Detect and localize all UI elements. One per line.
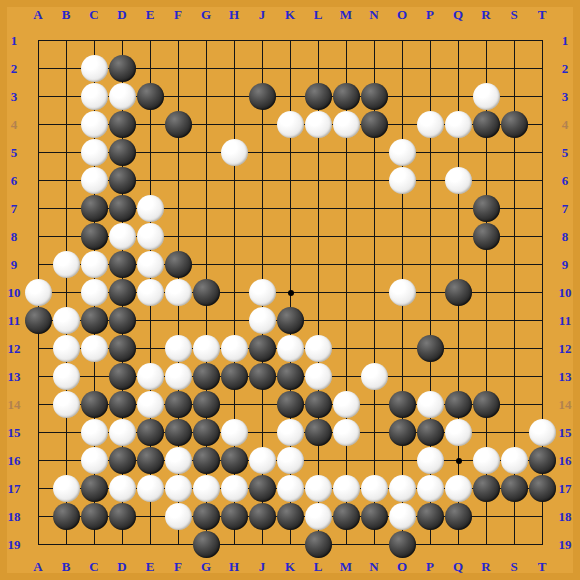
stone-white[interactable]: [389, 167, 416, 194]
row-label-right: 19: [559, 538, 572, 551]
stone-black[interactable]: [249, 475, 276, 502]
column-label-bottom: J: [259, 560, 266, 573]
stone-black[interactable]: [221, 363, 248, 390]
column-label-bottom: H: [229, 560, 239, 573]
stone-white[interactable]: [417, 391, 444, 418]
stone-black[interactable]: [389, 419, 416, 446]
column-label-top: F: [174, 8, 182, 21]
stone-white[interactable]: [305, 503, 332, 530]
stone-white[interactable]: [165, 363, 192, 390]
stone-black[interactable]: [305, 83, 332, 110]
column-label-bottom: D: [117, 560, 126, 573]
column-label-bottom: N: [369, 560, 378, 573]
column-label-bottom: M: [340, 560, 352, 573]
row-label-left: 1: [11, 34, 18, 47]
row-label-right: 5: [562, 146, 569, 159]
row-label-right: 14: [559, 398, 572, 411]
stone-black[interactable]: [109, 447, 136, 474]
stone-black[interactable]: [417, 503, 444, 530]
stone-black[interactable]: [109, 195, 136, 222]
stone-black[interactable]: [389, 391, 416, 418]
stone-black[interactable]: [333, 83, 360, 110]
stone-white[interactable]: [361, 475, 388, 502]
star-point: [288, 290, 294, 296]
column-label-top: R: [481, 8, 490, 21]
stone-black[interactable]: [81, 223, 108, 250]
column-label-bottom: O: [397, 560, 407, 573]
stone-black[interactable]: [193, 279, 220, 306]
stone-black[interactable]: [473, 223, 500, 250]
row-label-right: 13: [559, 370, 572, 383]
stone-white[interactable]: [417, 111, 444, 138]
stone-white[interactable]: [165, 335, 192, 362]
column-label-bottom: E: [146, 560, 155, 573]
stone-black[interactable]: [109, 391, 136, 418]
column-label-top: K: [285, 8, 295, 21]
stone-white[interactable]: [193, 335, 220, 362]
row-label-left: 4: [11, 118, 18, 131]
stone-white[interactable]: [333, 391, 360, 418]
stone-black[interactable]: [473, 391, 500, 418]
stone-black[interactable]: [445, 503, 472, 530]
stone-white[interactable]: [165, 279, 192, 306]
stone-white[interactable]: [473, 447, 500, 474]
stone-black[interactable]: [333, 503, 360, 530]
column-label-top: A: [33, 8, 42, 21]
column-label-top: S: [510, 8, 517, 21]
stone-white[interactable]: [165, 447, 192, 474]
stone-black[interactable]: [137, 447, 164, 474]
column-label-top: H: [229, 8, 239, 21]
stone-black[interactable]: [361, 83, 388, 110]
stone-white[interactable]: [81, 335, 108, 362]
stone-white[interactable]: [109, 83, 136, 110]
stone-white[interactable]: [165, 475, 192, 502]
stone-black[interactable]: [137, 83, 164, 110]
stone-black[interactable]: [165, 111, 192, 138]
column-label-top: B: [62, 8, 71, 21]
stone-black[interactable]: [193, 531, 220, 558]
row-label-right: 15: [559, 426, 572, 439]
row-label-right: 4: [562, 118, 569, 131]
stone-black[interactable]: [277, 307, 304, 334]
stone-black[interactable]: [193, 447, 220, 474]
stone-white[interactable]: [81, 447, 108, 474]
stone-white[interactable]: [305, 335, 332, 362]
row-label-left: 9: [11, 258, 18, 271]
stone-black[interactable]: [473, 195, 500, 222]
row-label-right: 10: [559, 286, 572, 299]
stone-black[interactable]: [249, 363, 276, 390]
stone-white[interactable]: [333, 419, 360, 446]
row-label-right: 18: [559, 510, 572, 523]
row-label-right: 1: [562, 34, 569, 47]
stone-white[interactable]: [389, 503, 416, 530]
stone-white[interactable]: [137, 195, 164, 222]
stone-black[interactable]: [445, 279, 472, 306]
stone-black[interactable]: [165, 251, 192, 278]
stone-white[interactable]: [81, 279, 108, 306]
column-label-top: J: [259, 8, 266, 21]
stone-white[interactable]: [221, 475, 248, 502]
stone-white[interactable]: [417, 447, 444, 474]
stone-white[interactable]: [221, 419, 248, 446]
row-label-left: 18: [8, 510, 21, 523]
column-label-top: M: [340, 8, 352, 21]
column-label-bottom: P: [426, 560, 434, 573]
stone-white[interactable]: [277, 335, 304, 362]
stone-white[interactable]: [81, 167, 108, 194]
stone-black[interactable]: [277, 503, 304, 530]
stone-white[interactable]: [445, 419, 472, 446]
stone-black[interactable]: [473, 111, 500, 138]
stone-black[interactable]: [389, 531, 416, 558]
stone-white[interactable]: [81, 251, 108, 278]
stone-white[interactable]: [361, 363, 388, 390]
stone-white[interactable]: [81, 55, 108, 82]
stone-white[interactable]: [333, 111, 360, 138]
stone-black[interactable]: [81, 307, 108, 334]
stone-black[interactable]: [305, 391, 332, 418]
stone-white[interactable]: [417, 475, 444, 502]
stone-white[interactable]: [221, 139, 248, 166]
stone-white[interactable]: [445, 475, 472, 502]
stone-black[interactable]: [501, 111, 528, 138]
stone-black[interactable]: [109, 251, 136, 278]
stone-black[interactable]: [277, 391, 304, 418]
column-label-bottom: R: [481, 560, 490, 573]
stone-black[interactable]: [193, 419, 220, 446]
stone-white[interactable]: [53, 363, 80, 390]
stone-black[interactable]: [417, 335, 444, 362]
row-label-right: 2: [562, 62, 569, 75]
stone-black[interactable]: [81, 195, 108, 222]
stone-white[interactable]: [389, 139, 416, 166]
stone-black[interactable]: [249, 83, 276, 110]
column-label-top: Q: [453, 8, 463, 21]
stone-white[interactable]: [249, 279, 276, 306]
stone-white[interactable]: [53, 251, 80, 278]
stone-white[interactable]: [389, 279, 416, 306]
stone-white[interactable]: [53, 307, 80, 334]
stone-white[interactable]: [81, 419, 108, 446]
row-label-left: 6: [11, 174, 18, 187]
row-label-left: 10: [8, 286, 21, 299]
column-label-top: C: [89, 8, 98, 21]
stone-white[interactable]: [137, 475, 164, 502]
stone-white[interactable]: [333, 475, 360, 502]
stone-black[interactable]: [305, 531, 332, 558]
column-label-top: D: [117, 8, 126, 21]
stone-white[interactable]: [137, 251, 164, 278]
stone-white[interactable]: [277, 419, 304, 446]
row-label-left: 14: [8, 398, 21, 411]
stone-black[interactable]: [109, 307, 136, 334]
row-label-left: 13: [8, 370, 21, 383]
stone-black[interactable]: [109, 503, 136, 530]
stone-black[interactable]: [109, 167, 136, 194]
row-label-right: 7: [562, 202, 569, 215]
stone-black[interactable]: [109, 363, 136, 390]
column-label-bottom: F: [174, 560, 182, 573]
stone-white[interactable]: [445, 111, 472, 138]
column-label-top: E: [146, 8, 155, 21]
stone-black[interactable]: [417, 419, 444, 446]
row-label-left: 15: [8, 426, 21, 439]
column-label-bottom: T: [538, 560, 547, 573]
stone-black[interactable]: [529, 447, 556, 474]
column-label-top: N: [369, 8, 378, 21]
stone-white[interactable]: [137, 391, 164, 418]
stone-black[interactable]: [305, 419, 332, 446]
column-label-top: G: [201, 8, 211, 21]
stone-black[interactable]: [529, 475, 556, 502]
stone-black[interactable]: [445, 391, 472, 418]
column-label-top: P: [426, 8, 434, 21]
column-label-bottom: A: [33, 560, 42, 573]
column-label-bottom: Q: [453, 560, 463, 573]
column-label-bottom: K: [285, 560, 295, 573]
row-label-left: 3: [11, 90, 18, 103]
stone-black[interactable]: [473, 475, 500, 502]
stone-white[interactable]: [137, 363, 164, 390]
stone-white[interactable]: [305, 363, 332, 390]
stone-black[interactable]: [109, 279, 136, 306]
stone-white[interactable]: [81, 111, 108, 138]
row-label-left: 12: [8, 342, 21, 355]
stone-white[interactable]: [109, 419, 136, 446]
stone-white[interactable]: [305, 475, 332, 502]
row-label-left: 2: [11, 62, 18, 75]
stone-black[interactable]: [249, 335, 276, 362]
stone-black[interactable]: [501, 475, 528, 502]
stone-black[interactable]: [25, 307, 52, 334]
row-label-right: 9: [562, 258, 569, 271]
row-label-left: 16: [8, 454, 21, 467]
row-label-left: 11: [8, 314, 20, 327]
stone-white[interactable]: [529, 419, 556, 446]
stone-black[interactable]: [81, 503, 108, 530]
row-label-right: 3: [562, 90, 569, 103]
column-label-top: L: [314, 8, 323, 21]
stone-white[interactable]: [193, 475, 220, 502]
stone-black[interactable]: [193, 363, 220, 390]
stone-white[interactable]: [389, 475, 416, 502]
grid-line-horizontal: [38, 544, 543, 545]
go-board-screen: AABBCCDDEEFFGGHHJJKKLLMMNNOOPPQQRRSSTT11…: [0, 0, 580, 580]
stone-white[interactable]: [53, 335, 80, 362]
row-label-left: 17: [8, 482, 21, 495]
stone-white[interactable]: [473, 83, 500, 110]
row-label-left: 8: [11, 230, 18, 243]
stone-white[interactable]: [305, 111, 332, 138]
stone-white[interactable]: [249, 307, 276, 334]
column-label-top: T: [538, 8, 547, 21]
row-label-left: 19: [8, 538, 21, 551]
stone-white[interactable]: [277, 475, 304, 502]
row-label-left: 7: [11, 202, 18, 215]
column-label-bottom: C: [89, 560, 98, 573]
row-label-right: 17: [559, 482, 572, 495]
stone-white[interactable]: [249, 447, 276, 474]
stone-black[interactable]: [249, 503, 276, 530]
stone-black[interactable]: [109, 335, 136, 362]
stone-black[interactable]: [361, 503, 388, 530]
stone-black[interactable]: [193, 391, 220, 418]
stone-white[interactable]: [277, 447, 304, 474]
column-label-top: O: [397, 8, 407, 21]
stone-black[interactable]: [221, 447, 248, 474]
row-label-right: 12: [559, 342, 572, 355]
stone-white[interactable]: [25, 279, 52, 306]
stone-white[interactable]: [53, 391, 80, 418]
stone-black[interactable]: [109, 111, 136, 138]
row-label-right: 8: [562, 230, 569, 243]
column-label-bottom: G: [201, 560, 211, 573]
stone-white[interactable]: [445, 167, 472, 194]
stone-white[interactable]: [137, 223, 164, 250]
stone-black[interactable]: [361, 111, 388, 138]
stone-white[interactable]: [81, 139, 108, 166]
stone-white[interactable]: [277, 111, 304, 138]
stone-white[interactable]: [137, 279, 164, 306]
star-point: [456, 458, 462, 464]
stone-white[interactable]: [165, 503, 192, 530]
stone-black[interactable]: [193, 503, 220, 530]
row-label-right: 11: [559, 314, 571, 327]
stone-black[interactable]: [81, 475, 108, 502]
row-label-right: 6: [562, 174, 569, 187]
stone-black[interactable]: [165, 391, 192, 418]
stone-black[interactable]: [137, 419, 164, 446]
stone-black[interactable]: [277, 363, 304, 390]
stone-white[interactable]: [501, 447, 528, 474]
stone-black[interactable]: [109, 139, 136, 166]
stone-white[interactable]: [81, 83, 108, 110]
stone-white[interactable]: [109, 475, 136, 502]
stone-white[interactable]: [221, 335, 248, 362]
row-label-right: 16: [559, 454, 572, 467]
stone-black[interactable]: [165, 419, 192, 446]
stone-white[interactable]: [53, 475, 80, 502]
row-label-left: 5: [11, 146, 18, 159]
column-label-bottom: S: [510, 560, 517, 573]
stone-black[interactable]: [81, 391, 108, 418]
column-label-bottom: B: [62, 560, 71, 573]
stone-white[interactable]: [109, 223, 136, 250]
column-label-bottom: L: [314, 560, 323, 573]
stone-black[interactable]: [221, 503, 248, 530]
stone-black[interactable]: [53, 503, 80, 530]
stone-black[interactable]: [109, 55, 136, 82]
